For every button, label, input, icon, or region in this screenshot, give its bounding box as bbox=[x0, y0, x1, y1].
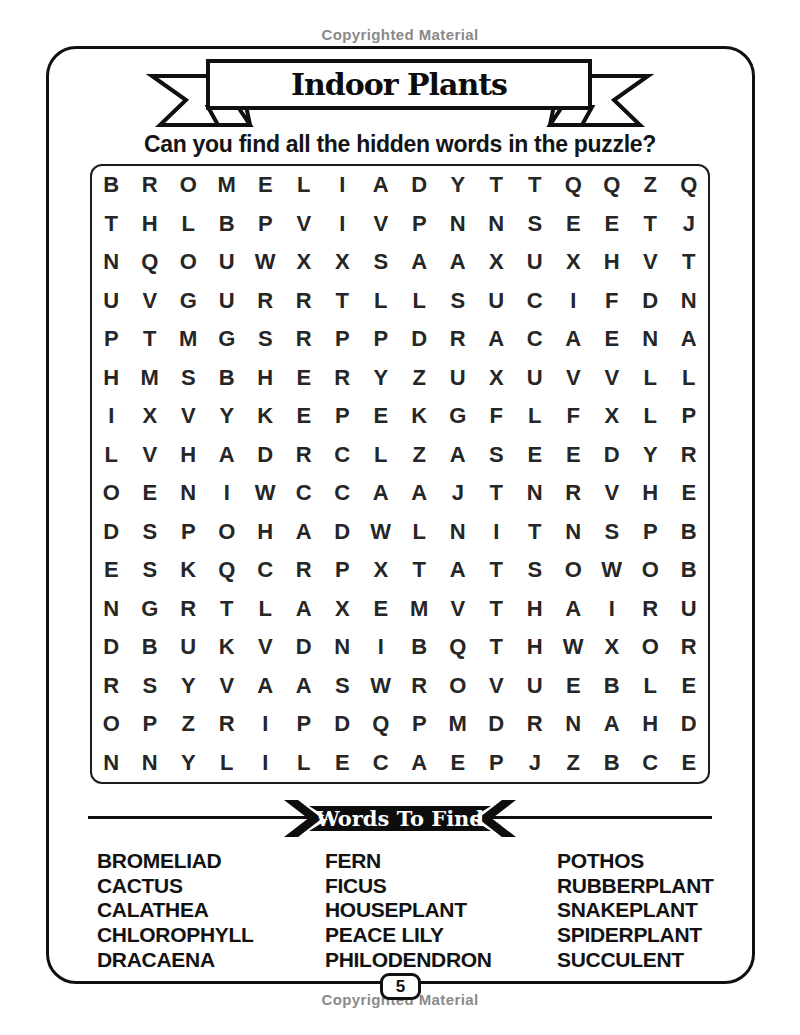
grid-cell-r10-c14: S bbox=[593, 513, 632, 552]
grid-cell-r14-c4: V bbox=[208, 667, 247, 706]
grid-cell-r4-c4: U bbox=[208, 282, 247, 321]
grid-cell-r1-c7: I bbox=[323, 166, 362, 205]
grid-cell-r1-c4: M bbox=[208, 166, 247, 205]
grid-cell-r6-c15: L bbox=[631, 359, 670, 398]
grid-cell-r12-c15: R bbox=[631, 590, 670, 629]
grid-cell-r11-c13: O bbox=[554, 551, 593, 590]
grid-cell-r10-c2: S bbox=[131, 513, 170, 552]
grid-cell-r9-c13: R bbox=[554, 474, 593, 513]
grid-cell-r7-c10: G bbox=[439, 397, 478, 436]
word-search-grid: BROMELIADYTTQQZQTHLBPVIVPNNSEETJNQOUWXXS… bbox=[90, 164, 710, 784]
grid-cell-r12-c2: G bbox=[131, 590, 170, 629]
word-list-column-2: FERNFICUSHOUSEPLANTPEACE LILYPHILODENDRO… bbox=[325, 849, 492, 973]
grid-cell-r9-c16: E bbox=[670, 474, 709, 513]
grid-cell-r1-c16: Q bbox=[670, 166, 709, 205]
grid-cell-r9-c9: A bbox=[400, 474, 439, 513]
grid-cell-r6-c7: R bbox=[323, 359, 362, 398]
grid-cell-r15-c4: R bbox=[208, 705, 247, 744]
grid-cell-r3-c16: T bbox=[670, 243, 709, 282]
grid-cell-r5-c8: P bbox=[362, 320, 401, 359]
grid-cell-r14-c3: Y bbox=[169, 667, 208, 706]
grid-cell-r6-c12: U bbox=[516, 359, 555, 398]
grid-cell-r7-c2: X bbox=[131, 397, 170, 436]
grid-cell-r11-c11: T bbox=[477, 551, 516, 590]
grid-cell-r15-c5: I bbox=[246, 705, 285, 744]
grid-cell-r11-c5: C bbox=[246, 551, 285, 590]
words-to-find-banner: Words To Find bbox=[281, 798, 519, 839]
grid-cell-r9-c15: H bbox=[631, 474, 670, 513]
grid-cell-r13-c7: N bbox=[323, 628, 362, 667]
grid-cell-r3-c6: X bbox=[285, 243, 324, 282]
grid-cell-r9-c1: O bbox=[92, 474, 131, 513]
grid-cell-r2-c5: P bbox=[246, 205, 285, 244]
grid-cell-r8-c16: R bbox=[670, 436, 709, 475]
grid-cell-r14-c5: A bbox=[246, 667, 285, 706]
grid-cell-r4-c12: C bbox=[516, 282, 555, 321]
grid-cell-r9-c14: V bbox=[593, 474, 632, 513]
grid-cell-r5-c10: R bbox=[439, 320, 478, 359]
grid-cell-r11-c4: Q bbox=[208, 551, 247, 590]
grid-cell-r4-c16: N bbox=[670, 282, 709, 321]
grid-cell-r14-c15: L bbox=[631, 667, 670, 706]
grid-cell-r15-c3: Z bbox=[169, 705, 208, 744]
grid-cell-r7-c1: I bbox=[92, 397, 131, 436]
grid-cell-r10-c9: L bbox=[400, 513, 439, 552]
grid-cell-r15-c15: H bbox=[631, 705, 670, 744]
grid-cell-r4-c2: V bbox=[131, 282, 170, 321]
grid-cell-r3-c15: V bbox=[631, 243, 670, 282]
grid-cell-r7-c12: L bbox=[516, 397, 555, 436]
grid-cell-r13-c8: I bbox=[362, 628, 401, 667]
grid-cell-r4-c7: T bbox=[323, 282, 362, 321]
grid-cell-r12-c6: A bbox=[285, 590, 324, 629]
grid-cell-r7-c8: E bbox=[362, 397, 401, 436]
grid-cell-r9-c6: C bbox=[285, 474, 324, 513]
grid-cell-r11-c1: E bbox=[92, 551, 131, 590]
grid-cell-r14-c13: E bbox=[554, 667, 593, 706]
grid-cell-r16-c13: Z bbox=[554, 744, 593, 783]
grid-cell-r8-c1: L bbox=[92, 436, 131, 475]
grid-cell-r6-c9: Z bbox=[400, 359, 439, 398]
grid-cell-r16-c6: L bbox=[285, 744, 324, 783]
grid-cell-r8-c6: R bbox=[285, 436, 324, 475]
grid-cell-r3-c4: U bbox=[208, 243, 247, 282]
grid-cell-r9-c12: N bbox=[516, 474, 555, 513]
grid-cell-r5-c1: P bbox=[92, 320, 131, 359]
grid-cell-r9-c2: E bbox=[131, 474, 170, 513]
grid-cell-r8-c8: L bbox=[362, 436, 401, 475]
grid-cell-r10-c15: P bbox=[631, 513, 670, 552]
grid-cell-r15-c12: R bbox=[516, 705, 555, 744]
grid-cell-r3-c9: A bbox=[400, 243, 439, 282]
grid-cell-r10-c16: B bbox=[670, 513, 709, 552]
grid-cell-r16-c8: C bbox=[362, 744, 401, 783]
grid-cell-r9-c8: A bbox=[362, 474, 401, 513]
grid-cell-r10-c13: N bbox=[554, 513, 593, 552]
grid-cell-r5-c9: D bbox=[400, 320, 439, 359]
grid-cell-r11-c10: A bbox=[439, 551, 478, 590]
grid-cell-r12-c8: E bbox=[362, 590, 401, 629]
grid-cell-r1-c5: E bbox=[246, 166, 285, 205]
word-list-item: PEACE LILY bbox=[325, 923, 492, 948]
grid-cell-r7-c7: P bbox=[323, 397, 362, 436]
grid-cell-r13-c11: T bbox=[477, 628, 516, 667]
grid-cell-r7-c9: K bbox=[400, 397, 439, 436]
grid-cell-r4-c11: U bbox=[477, 282, 516, 321]
grid-cell-r11-c14: W bbox=[593, 551, 632, 590]
grid-cell-r15-c13: N bbox=[554, 705, 593, 744]
grid-cell-r7-c4: Y bbox=[208, 397, 247, 436]
grid-cell-r8-c11: S bbox=[477, 436, 516, 475]
grid-cell-r5-c3: M bbox=[169, 320, 208, 359]
word-list-item: FERN bbox=[325, 849, 492, 874]
grid-cell-r14-c2: S bbox=[131, 667, 170, 706]
grid-cell-r8-c10: A bbox=[439, 436, 478, 475]
grid-cell-r12-c5: L bbox=[246, 590, 285, 629]
grid-cell-r3-c11: X bbox=[477, 243, 516, 282]
grid-cell-r4-c15: D bbox=[631, 282, 670, 321]
grid-cell-r12-c3: R bbox=[169, 590, 208, 629]
grid-cell-r16-c10: E bbox=[439, 744, 478, 783]
grid-cell-r16-c12: J bbox=[516, 744, 555, 783]
grid-cell-r16-c5: I bbox=[246, 744, 285, 783]
grid-cell-r5-c14: E bbox=[593, 320, 632, 359]
grid-cell-r5-c7: P bbox=[323, 320, 362, 359]
grid-cell-r8-c13: E bbox=[554, 436, 593, 475]
grid-cell-r5-c4: G bbox=[208, 320, 247, 359]
grid-cell-r15-c1: O bbox=[92, 705, 131, 744]
grid-cell-r11-c3: K bbox=[169, 551, 208, 590]
word-list-item: CHLOROPHYLL bbox=[97, 923, 254, 948]
grid-cell-r4-c13: I bbox=[554, 282, 593, 321]
grid-cell-r11-c9: T bbox=[400, 551, 439, 590]
grid-cell-r10-c7: D bbox=[323, 513, 362, 552]
grid-cell-r12-c7: X bbox=[323, 590, 362, 629]
grid-cell-r15-c11: D bbox=[477, 705, 516, 744]
grid-cell-r6-c16: L bbox=[670, 359, 709, 398]
grid-cell-r3-c14: H bbox=[593, 243, 632, 282]
grid-cell-r13-c1: D bbox=[92, 628, 131, 667]
grid-cell-r11-c16: B bbox=[670, 551, 709, 590]
grid-cell-r6-c5: H bbox=[246, 359, 285, 398]
grid-cell-r3-c5: W bbox=[246, 243, 285, 282]
grid-cell-r3-c2: Q bbox=[131, 243, 170, 282]
grid-cell-r6-c3: S bbox=[169, 359, 208, 398]
grid-cell-r6-c4: B bbox=[208, 359, 247, 398]
grid-cell-r15-c14: A bbox=[593, 705, 632, 744]
grid-cell-r2-c11: N bbox=[477, 205, 516, 244]
grid-cell-r12-c11: T bbox=[477, 590, 516, 629]
grid-cell-r14-c9: R bbox=[400, 667, 439, 706]
grid-cell-r6-c6: E bbox=[285, 359, 324, 398]
grid-cell-r12-c16: U bbox=[670, 590, 709, 629]
grid-cell-r16-c3: Y bbox=[169, 744, 208, 783]
grid-cell-r2-c10: N bbox=[439, 205, 478, 244]
grid-cell-r4-c14: F bbox=[593, 282, 632, 321]
grid-cell-r15-c9: P bbox=[400, 705, 439, 744]
grid-cell-r5-c2: T bbox=[131, 320, 170, 359]
word-list-item: PHILODENDRON bbox=[325, 948, 492, 973]
grid-cell-r13-c12: H bbox=[516, 628, 555, 667]
grid-cell-r1-c10: Y bbox=[439, 166, 478, 205]
grid-cell-r1-c6: L bbox=[285, 166, 324, 205]
grid-cell-r16-c14: B bbox=[593, 744, 632, 783]
grid-cell-r6-c1: H bbox=[92, 359, 131, 398]
grid-cell-r6-c8: Y bbox=[362, 359, 401, 398]
grid-cell-r6-c11: X bbox=[477, 359, 516, 398]
grid-cell-r2-c16: J bbox=[670, 205, 709, 244]
grid-cell-r10-c5: H bbox=[246, 513, 285, 552]
grid-cell-r14-c1: R bbox=[92, 667, 131, 706]
grid-cell-r10-c3: P bbox=[169, 513, 208, 552]
grid-cell-r11-c7: P bbox=[323, 551, 362, 590]
word-list-item: SUCCULENT bbox=[557, 948, 714, 973]
grid-cell-r15-c7: D bbox=[323, 705, 362, 744]
grid-cell-r10-c8: W bbox=[362, 513, 401, 552]
grid-cell-r9-c5: W bbox=[246, 474, 285, 513]
grid-cell-r5-c12: C bbox=[516, 320, 555, 359]
grid-cell-r4-c5: R bbox=[246, 282, 285, 321]
grid-cell-r9-c10: J bbox=[439, 474, 478, 513]
grid-cell-r2-c8: V bbox=[362, 205, 401, 244]
grid-cell-r1-c14: Q bbox=[593, 166, 632, 205]
word-list-item: POTHOS bbox=[557, 849, 714, 874]
grid-cell-r4-c8: L bbox=[362, 282, 401, 321]
grid-cell-r4-c3: G bbox=[169, 282, 208, 321]
grid-cell-r14-c7: S bbox=[323, 667, 362, 706]
grid-cell-r10-c12: T bbox=[516, 513, 555, 552]
word-list-item: FICUS bbox=[325, 874, 492, 899]
grid-cell-r5-c5: S bbox=[246, 320, 285, 359]
grid-cell-r8-c14: D bbox=[593, 436, 632, 475]
grid-cell-r13-c16: R bbox=[670, 628, 709, 667]
grid-cell-r6-c13: V bbox=[554, 359, 593, 398]
grid-cell-r13-c15: O bbox=[631, 628, 670, 667]
grid-cell-r7-c15: L bbox=[631, 397, 670, 436]
word-list-column-1: BROMELIADCACTUSCALATHEACHLOROPHYLLDRACAE… bbox=[97, 849, 254, 973]
grid-cell-r2-c4: B bbox=[208, 205, 247, 244]
grid-cell-r2-c6: V bbox=[285, 205, 324, 244]
grid-cell-r13-c2: B bbox=[131, 628, 170, 667]
grid-cell-r16-c11: P bbox=[477, 744, 516, 783]
page-number-badge: 5 bbox=[380, 973, 421, 1000]
grid-cell-r6-c14: V bbox=[593, 359, 632, 398]
grid-cell-r16-c1: N bbox=[92, 744, 131, 783]
grid-cell-r13-c9: B bbox=[400, 628, 439, 667]
grid-cell-r2-c1: T bbox=[92, 205, 131, 244]
grid-cell-r5-c6: R bbox=[285, 320, 324, 359]
word-list-item: CALATHEA bbox=[97, 898, 254, 923]
word-list-item: RUBBERPLANT bbox=[557, 874, 714, 899]
grid-cell-r14-c10: O bbox=[439, 667, 478, 706]
grid-cell-r1-c3: O bbox=[169, 166, 208, 205]
grid-cell-r1-c15: Z bbox=[631, 166, 670, 205]
grid-cell-r3-c13: X bbox=[554, 243, 593, 282]
grid-cell-r7-c16: P bbox=[670, 397, 709, 436]
grid-cell-r4-c10: S bbox=[439, 282, 478, 321]
grid-cell-r8-c9: Z bbox=[400, 436, 439, 475]
grid-cell-r12-c10: V bbox=[439, 590, 478, 629]
grid-cell-r7-c11: F bbox=[477, 397, 516, 436]
grid-cell-r12-c13: A bbox=[554, 590, 593, 629]
grid-cell-r16-c4: L bbox=[208, 744, 247, 783]
grid-cell-r10-c4: O bbox=[208, 513, 247, 552]
words-to-find-label: Words To Find bbox=[281, 798, 519, 839]
grid-cell-r15-c16: D bbox=[670, 705, 709, 744]
grid-cell-r13-c6: D bbox=[285, 628, 324, 667]
grid-cell-r9-c7: C bbox=[323, 474, 362, 513]
grid-cell-r13-c13: W bbox=[554, 628, 593, 667]
grid-cell-r5-c15: N bbox=[631, 320, 670, 359]
grid-cell-r15-c10: M bbox=[439, 705, 478, 744]
grid-cell-r2-c9: P bbox=[400, 205, 439, 244]
grid-cell-r5-c11: A bbox=[477, 320, 516, 359]
grid-cell-r13-c14: X bbox=[593, 628, 632, 667]
word-list-item: SPIDERPLANT bbox=[557, 923, 714, 948]
title-banner: Indoor Plants bbox=[140, 55, 660, 130]
word-list-item: SNAKEPLANT bbox=[557, 898, 714, 923]
grid-cell-r9-c11: T bbox=[477, 474, 516, 513]
grid-cell-r8-c2: V bbox=[131, 436, 170, 475]
grid-cell-r2-c13: E bbox=[554, 205, 593, 244]
grid-cell-r1-c13: Q bbox=[554, 166, 593, 205]
grid-cell-r8-c12: E bbox=[516, 436, 555, 475]
grid-cell-r15-c8: Q bbox=[362, 705, 401, 744]
grid-cell-r4-c1: U bbox=[92, 282, 131, 321]
grid-cell-r8-c7: C bbox=[323, 436, 362, 475]
grid-cell-r11-c15: O bbox=[631, 551, 670, 590]
grid-cell-r16-c15: C bbox=[631, 744, 670, 783]
grid-cell-r3-c3: O bbox=[169, 243, 208, 282]
grid-cell-r6-c2: M bbox=[131, 359, 170, 398]
grid-cell-r2-c15: T bbox=[631, 205, 670, 244]
grid-cell-r8-c15: Y bbox=[631, 436, 670, 475]
grid-cell-r1-c12: T bbox=[516, 166, 555, 205]
grid-cell-r5-c13: A bbox=[554, 320, 593, 359]
grid-cell-r14-c11: V bbox=[477, 667, 516, 706]
word-list-item: DRACAENA bbox=[97, 948, 254, 973]
grid-cell-r3-c8: S bbox=[362, 243, 401, 282]
grid-cell-r5-c16: A bbox=[670, 320, 709, 359]
grid-cell-r4-c9: L bbox=[400, 282, 439, 321]
grid-cell-r10-c11: I bbox=[477, 513, 516, 552]
grid-cell-r11-c6: R bbox=[285, 551, 324, 590]
grid-cell-r1-c1: B bbox=[92, 166, 131, 205]
grid-cell-r7-c13: F bbox=[554, 397, 593, 436]
grid-cell-r11-c12: S bbox=[516, 551, 555, 590]
word-list-item: BROMELIAD bbox=[97, 849, 254, 874]
grid-cell-r3-c1: N bbox=[92, 243, 131, 282]
grid-cell-r12-c4: T bbox=[208, 590, 247, 629]
grid-cell-r2-c7: I bbox=[323, 205, 362, 244]
grid-cell-r4-c6: R bbox=[285, 282, 324, 321]
grid-cell-r8-c3: H bbox=[169, 436, 208, 475]
grid-cell-r3-c7: X bbox=[323, 243, 362, 282]
grid-cell-r8-c5: D bbox=[246, 436, 285, 475]
grid-cell-r13-c4: K bbox=[208, 628, 247, 667]
copyright-watermark-top: Copyrighted Material bbox=[0, 26, 800, 43]
grid-cell-r11-c8: X bbox=[362, 551, 401, 590]
grid-cell-r16-c2: N bbox=[131, 744, 170, 783]
grid-cell-r13-c10: Q bbox=[439, 628, 478, 667]
grid-cell-r12-c9: M bbox=[400, 590, 439, 629]
grid-cell-r8-c4: A bbox=[208, 436, 247, 475]
grid-cell-r12-c14: I bbox=[593, 590, 632, 629]
grid-cell-r12-c1: N bbox=[92, 590, 131, 629]
grid-cell-r2-c14: E bbox=[593, 205, 632, 244]
grid-cell-r3-c10: A bbox=[439, 243, 478, 282]
word-list-item: HOUSEPLANT bbox=[325, 898, 492, 923]
grid-cell-r6-c10: U bbox=[439, 359, 478, 398]
grid-cell-r16-c7: E bbox=[323, 744, 362, 783]
grid-cell-r1-c2: R bbox=[131, 166, 170, 205]
word-list-item: CACTUS bbox=[97, 874, 254, 899]
grid-cell-r12-c12: H bbox=[516, 590, 555, 629]
grid-cell-r2-c12: S bbox=[516, 205, 555, 244]
grid-cell-r14-c8: W bbox=[362, 667, 401, 706]
grid-cell-r9-c3: N bbox=[169, 474, 208, 513]
grid-cell-r16-c9: A bbox=[400, 744, 439, 783]
puzzle-subtitle: Can you find all the hidden words in the… bbox=[0, 131, 800, 158]
grid-cell-r10-c10: N bbox=[439, 513, 478, 552]
grid-cell-r1-c8: A bbox=[362, 166, 401, 205]
grid-cell-r16-c16: E bbox=[670, 744, 709, 783]
grid-cell-r3-c12: U bbox=[516, 243, 555, 282]
word-list-column-3: POTHOSRUBBERPLANTSNAKEPLANTSPIDERPLANTSU… bbox=[557, 849, 714, 973]
grid-cell-r15-c6: P bbox=[285, 705, 324, 744]
grid-cell-r2-c3: L bbox=[169, 205, 208, 244]
grid-cell-r2-c2: H bbox=[131, 205, 170, 244]
grid-cell-r13-c5: V bbox=[246, 628, 285, 667]
grid-cell-r9-c4: I bbox=[208, 474, 247, 513]
grid-cell-r10-c6: A bbox=[285, 513, 324, 552]
grid-cell-r13-c3: U bbox=[169, 628, 208, 667]
grid-cell-r1-c11: T bbox=[477, 166, 516, 205]
grid-cell-r14-c6: A bbox=[285, 667, 324, 706]
grid-cell-r10-c1: D bbox=[92, 513, 131, 552]
grid-cell-r7-c14: X bbox=[593, 397, 632, 436]
grid-cell-r15-c2: P bbox=[131, 705, 170, 744]
grid-cell-r7-c5: K bbox=[246, 397, 285, 436]
grid-cell-r14-c14: B bbox=[593, 667, 632, 706]
grid-cell-r14-c16: E bbox=[670, 667, 709, 706]
grid-cell-r11-c2: S bbox=[131, 551, 170, 590]
grid-cell-r7-c6: E bbox=[285, 397, 324, 436]
grid-cell-r1-c9: D bbox=[400, 166, 439, 205]
grid-cell-r7-c3: V bbox=[169, 397, 208, 436]
grid-cell-r14-c12: U bbox=[516, 667, 555, 706]
puzzle-title: Indoor Plants bbox=[208, 61, 590, 108]
